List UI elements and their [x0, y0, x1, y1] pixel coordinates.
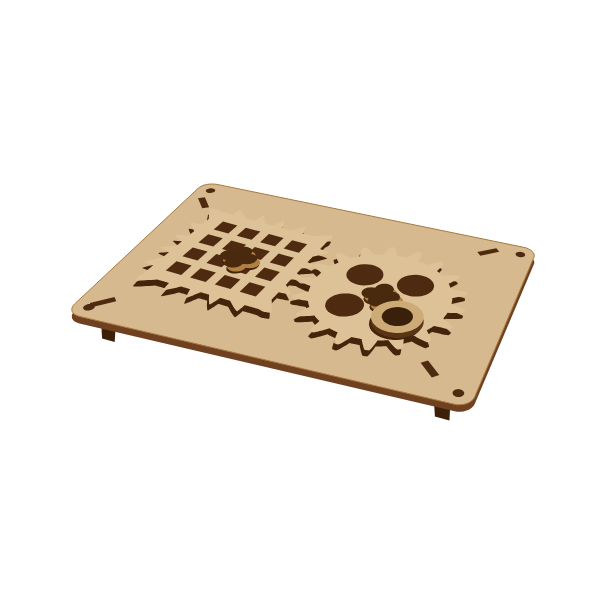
round-gear-knob — [375, 284, 394, 295]
loose-ring — [369, 301, 424, 340]
gear-toy-image — [0, 0, 600, 600]
ring-inner-hole — [382, 307, 413, 326]
product-photo — [0, 0, 600, 600]
photo-stage — [0, 0, 600, 600]
round-gear-hole — [346, 264, 383, 285]
